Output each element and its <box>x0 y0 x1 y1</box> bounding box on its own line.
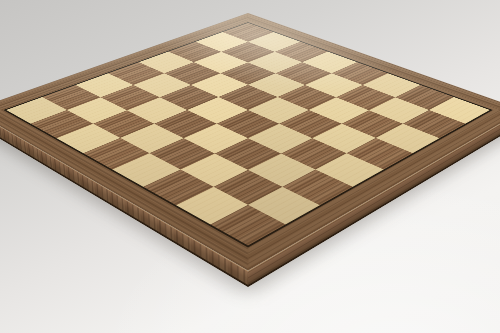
square-dark <box>149 138 215 169</box>
square-light <box>316 153 384 186</box>
square-dark <box>155 110 217 138</box>
square-dark <box>403 110 465 138</box>
product-photo <box>0 0 500 333</box>
square-dark <box>281 138 347 169</box>
square-dark <box>215 138 281 169</box>
square-dark <box>30 110 92 138</box>
square-light <box>184 124 248 154</box>
square-dark <box>347 138 413 169</box>
chess-board <box>0 13 500 271</box>
board-frame-near-left-edge <box>0 103 268 270</box>
square-dark <box>83 138 149 169</box>
square-dark <box>283 169 353 205</box>
board-frame-far-right-edge <box>228 103 500 270</box>
square-light <box>176 187 248 225</box>
square-light <box>180 153 248 186</box>
square-light <box>248 187 320 225</box>
frame-inlay-line <box>3 22 492 247</box>
board-scene <box>0 0 500 333</box>
square-dark <box>143 169 213 205</box>
playing-field <box>6 23 490 246</box>
square-light <box>248 124 312 154</box>
square-light <box>376 124 440 154</box>
square-dark <box>93 110 155 138</box>
square-dark <box>217 110 279 138</box>
square-dark <box>211 205 286 245</box>
square-dark <box>279 110 341 138</box>
square-light <box>56 124 120 154</box>
square-light <box>312 124 376 154</box>
square-dark <box>213 169 283 205</box>
square-light <box>112 153 180 186</box>
board-top-face <box>0 13 500 271</box>
square-light <box>120 124 184 154</box>
square-dark <box>341 110 403 138</box>
square-light <box>248 153 316 186</box>
